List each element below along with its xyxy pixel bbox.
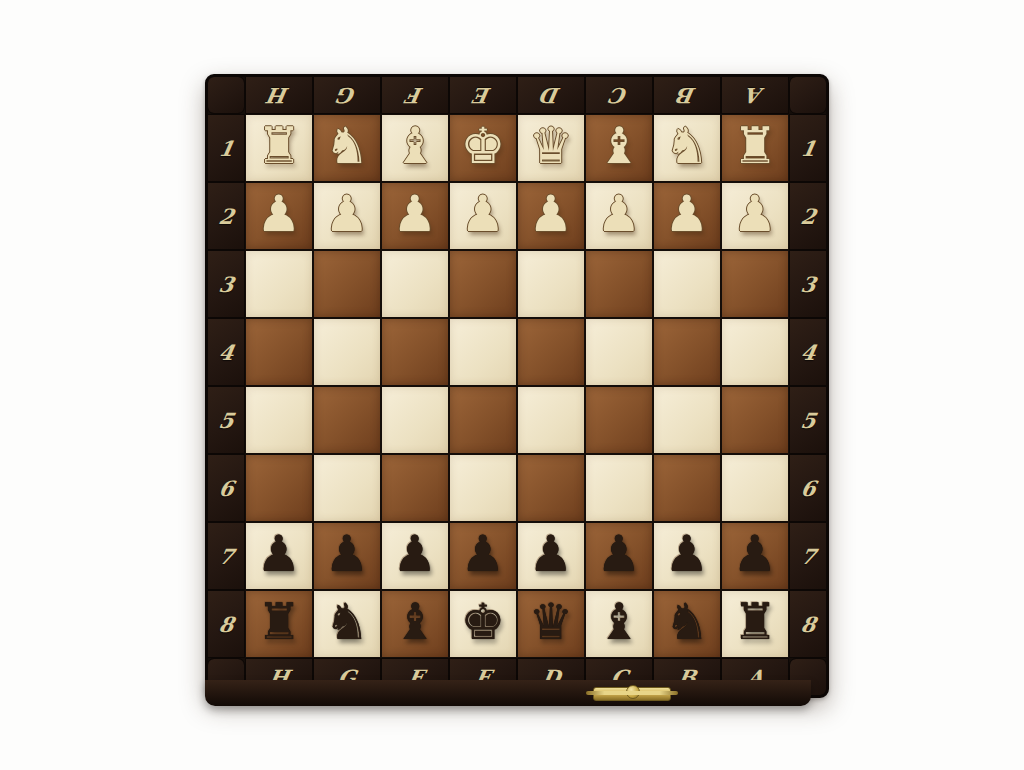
square-e4[interactable]: [450, 319, 516, 385]
file-label-top-F: F: [382, 77, 448, 113]
white-knight-g1[interactable]: ♞: [325, 121, 370, 171]
rank-label-left-5: 5: [208, 387, 244, 453]
coordinate-text: 4: [798, 340, 817, 365]
square-e1[interactable]: ♚: [450, 115, 516, 181]
square-b6[interactable]: [654, 455, 720, 521]
square-f6[interactable]: [382, 455, 448, 521]
coordinate-text: E: [473, 83, 493, 108]
black-pawn-b7[interactable]: ♟: [665, 529, 710, 579]
square-g5[interactable]: [314, 387, 380, 453]
square-h2[interactable]: ♟: [246, 183, 312, 249]
square-b8[interactable]: ♞: [654, 591, 720, 657]
white-king-e1[interactable]: ♚: [461, 121, 506, 171]
coordinate-text: G: [336, 83, 358, 108]
coordinate-text: 4: [216, 340, 235, 365]
coordinate-text: 8: [798, 612, 817, 637]
coordinate-text: H: [267, 83, 291, 108]
square-d1[interactable]: ♛: [518, 115, 584, 181]
square-c6[interactable]: [586, 455, 652, 521]
square-b2[interactable]: ♟: [654, 183, 720, 249]
rank-label-right-2: 2: [790, 183, 826, 249]
square-a8[interactable]: ♜: [722, 591, 788, 657]
black-pawn-g7[interactable]: ♟: [325, 529, 370, 579]
coordinate-text: B: [676, 83, 698, 108]
coordinate-text: 7: [798, 544, 817, 569]
black-pawn-a7[interactable]: ♟: [733, 529, 778, 579]
coordinate-text: A: [745, 83, 766, 108]
white-pawn-b2[interactable]: ♟: [665, 189, 710, 239]
rank-label-left-8: 8: [208, 591, 244, 657]
coordinate-text: 1: [216, 136, 235, 161]
coordinate-text: 1: [798, 136, 817, 161]
coordinate-text: C: [608, 83, 629, 108]
black-pawn-d7[interactable]: ♟: [529, 529, 574, 579]
square-b1[interactable]: ♞: [654, 115, 720, 181]
coordinate-text: 5: [216, 408, 235, 433]
square-g7[interactable]: ♟: [314, 523, 380, 589]
rank-label-right-4: 4: [790, 319, 826, 385]
square-h4[interactable]: [246, 319, 312, 385]
frame-corner: [790, 77, 826, 113]
white-pawn-g2[interactable]: ♟: [325, 189, 370, 239]
rank-label-right-1: 1: [790, 115, 826, 181]
rank-label-left-2: 2: [208, 183, 244, 249]
black-king-e8[interactable]: ♚: [461, 597, 506, 647]
rank-label-left-4: 4: [208, 319, 244, 385]
square-e6[interactable]: [450, 455, 516, 521]
square-d5[interactable]: [518, 387, 584, 453]
square-f2[interactable]: ♟: [382, 183, 448, 249]
brass-clasp: [593, 687, 671, 701]
square-h3[interactable]: [246, 251, 312, 317]
rank-label-left-1: 1: [208, 115, 244, 181]
square-c4[interactable]: [586, 319, 652, 385]
square-c5[interactable]: [586, 387, 652, 453]
square-d7[interactable]: ♟: [518, 523, 584, 589]
square-d3[interactable]: [518, 251, 584, 317]
coordinate-text: 8: [216, 612, 235, 637]
rank-label-left-7: 7: [208, 523, 244, 589]
square-a6[interactable]: [722, 455, 788, 521]
square-e2[interactable]: ♟: [450, 183, 516, 249]
square-h7[interactable]: ♟: [246, 523, 312, 589]
square-c2[interactable]: ♟: [586, 183, 652, 249]
file-label-top-D: D: [518, 77, 584, 113]
square-f7[interactable]: ♟: [382, 523, 448, 589]
coordinate-text: F: [405, 83, 424, 108]
file-label-top-E: E: [450, 77, 516, 113]
coordinate-text: 6: [798, 476, 817, 501]
square-e8[interactable]: ♚: [450, 591, 516, 657]
white-pawn-a2[interactable]: ♟: [733, 189, 778, 239]
square-c1[interactable]: ♝: [586, 115, 652, 181]
rank-label-left-3: 3: [208, 251, 244, 317]
square-h6[interactable]: [246, 455, 312, 521]
white-pawn-c2[interactable]: ♟: [597, 189, 642, 239]
square-b7[interactable]: ♟: [654, 523, 720, 589]
square-h1[interactable]: ♜: [246, 115, 312, 181]
square-f8[interactable]: ♝: [382, 591, 448, 657]
chess-set-photo: HGFEDCBA1♜♞♝♚♛♝♞♜12♟♟♟♟♟♟♟♟2334455667♟♟♟…: [0, 0, 1024, 770]
coordinate-text: 7: [216, 544, 235, 569]
square-a2[interactable]: ♟: [722, 183, 788, 249]
rank-label-right-7: 7: [790, 523, 826, 589]
coordinate-text: 3: [798, 272, 817, 297]
frame-corner: [208, 77, 244, 113]
white-rook-h1[interactable]: ♜: [257, 121, 302, 171]
square-a4[interactable]: [722, 319, 788, 385]
coordinate-text: 2: [216, 204, 235, 229]
white-knight-b1[interactable]: ♞: [665, 121, 710, 171]
square-c8[interactable]: ♝: [586, 591, 652, 657]
file-label-top-C: C: [586, 77, 652, 113]
square-g4[interactable]: [314, 319, 380, 385]
rank-label-left-6: 6: [208, 455, 244, 521]
square-d8[interactable]: ♛: [518, 591, 584, 657]
square-g6[interactable]: [314, 455, 380, 521]
square-a3[interactable]: [722, 251, 788, 317]
chess-board: HGFEDCBA1♜♞♝♚♛♝♞♜12♟♟♟♟♟♟♟♟2334455667♟♟♟…: [205, 74, 829, 698]
square-e3[interactable]: [450, 251, 516, 317]
file-label-top-G: G: [314, 77, 380, 113]
coordinate-text: 3: [216, 272, 235, 297]
file-label-top-A: A: [722, 77, 788, 113]
square-c3[interactable]: [586, 251, 652, 317]
square-f4[interactable]: [382, 319, 448, 385]
black-pawn-f7[interactable]: ♟: [393, 529, 438, 579]
black-pawn-h7[interactable]: ♟: [257, 529, 302, 579]
white-pawn-h2[interactable]: ♟: [257, 189, 302, 239]
white-bishop-c1[interactable]: ♝: [597, 121, 642, 171]
square-h5[interactable]: [246, 387, 312, 453]
white-pawn-f2[interactable]: ♟: [393, 189, 438, 239]
square-e7[interactable]: ♟: [450, 523, 516, 589]
board-grid: HGFEDCBA1♜♞♝♚♛♝♞♜12♟♟♟♟♟♟♟♟2334455667♟♟♟…: [205, 74, 829, 698]
square-b3[interactable]: [654, 251, 720, 317]
square-g3[interactable]: [314, 251, 380, 317]
coordinate-text: 6: [216, 476, 235, 501]
square-h8[interactable]: ♜: [246, 591, 312, 657]
square-f1[interactable]: ♝: [382, 115, 448, 181]
square-e5[interactable]: [450, 387, 516, 453]
coordinate-text: 2: [798, 204, 817, 229]
square-f3[interactable]: [382, 251, 448, 317]
file-label-top-B: B: [654, 77, 720, 113]
rank-label-right-3: 3: [790, 251, 826, 317]
coordinate-text: D: [540, 83, 563, 108]
black-queen-d8[interactable]: ♛: [529, 597, 574, 647]
black-knight-b8[interactable]: ♞: [665, 597, 710, 647]
black-rook-h8[interactable]: ♜: [257, 597, 302, 647]
square-c7[interactable]: ♟: [586, 523, 652, 589]
square-d4[interactable]: [518, 319, 584, 385]
square-d6[interactable]: [518, 455, 584, 521]
rank-label-right-8: 8: [790, 591, 826, 657]
square-a5[interactable]: [722, 387, 788, 453]
square-a7[interactable]: ♟: [722, 523, 788, 589]
square-g8[interactable]: ♞: [314, 591, 380, 657]
black-pawn-c7[interactable]: ♟: [597, 529, 642, 579]
white-pawn-e2[interactable]: ♟: [461, 189, 506, 239]
square-d2[interactable]: ♟: [518, 183, 584, 249]
board-edge-face: [205, 680, 811, 706]
rank-label-right-6: 6: [790, 455, 826, 521]
rank-label-right-5: 5: [790, 387, 826, 453]
white-rook-a1[interactable]: ♜: [733, 121, 778, 171]
file-label-top-H: H: [246, 77, 312, 113]
white-pawn-d2[interactable]: ♟: [529, 189, 574, 239]
black-rook-a8[interactable]: ♜: [733, 597, 778, 647]
white-bishop-f1[interactable]: ♝: [393, 121, 438, 171]
square-f5[interactable]: [382, 387, 448, 453]
black-knight-g8[interactable]: ♞: [325, 597, 370, 647]
square-g2[interactable]: ♟: [314, 183, 380, 249]
square-b5[interactable]: [654, 387, 720, 453]
square-g1[interactable]: ♞: [314, 115, 380, 181]
white-queen-d1[interactable]: ♛: [529, 121, 574, 171]
square-a1[interactable]: ♜: [722, 115, 788, 181]
black-bishop-f8[interactable]: ♝: [393, 597, 438, 647]
black-pawn-e7[interactable]: ♟: [461, 529, 506, 579]
black-bishop-c8[interactable]: ♝: [597, 597, 642, 647]
coordinate-text: 5: [798, 408, 817, 433]
square-b4[interactable]: [654, 319, 720, 385]
